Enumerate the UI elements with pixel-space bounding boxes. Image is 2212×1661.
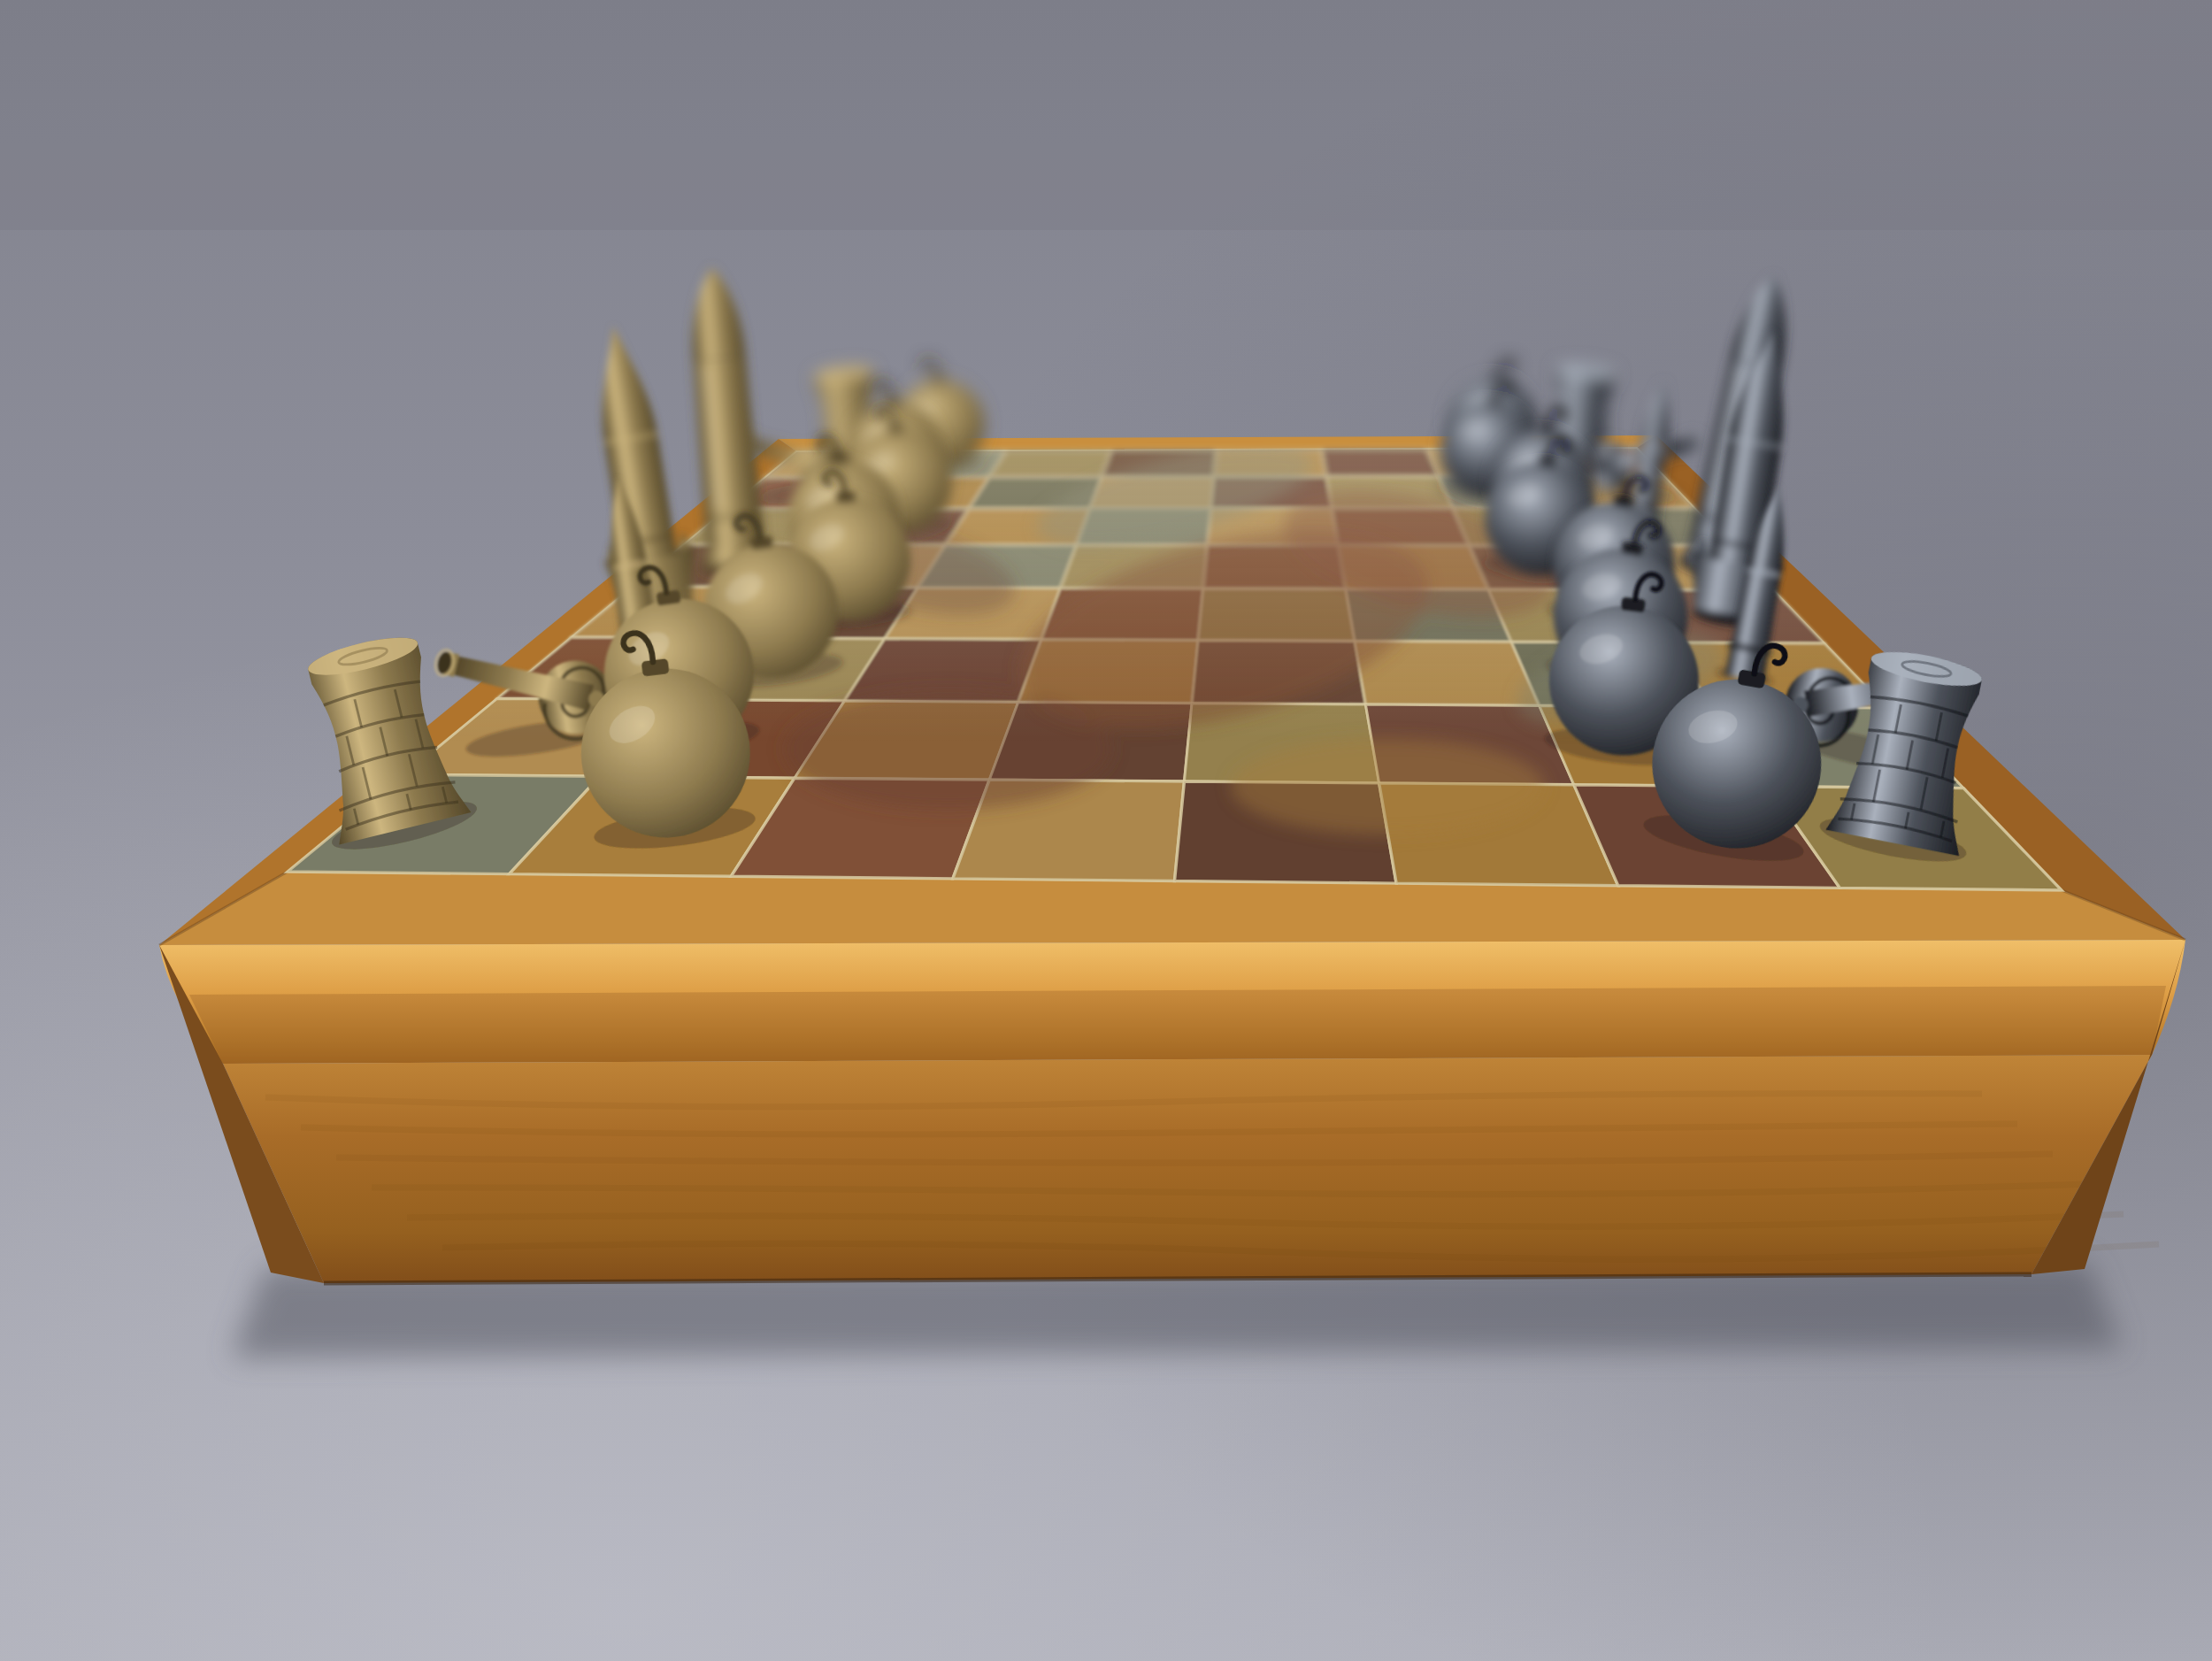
photo-stage: [0, 0, 2212, 1661]
frame-bevel-endgrain: [189, 986, 2166, 1064]
chess-photo-scene: [0, 0, 2212, 1661]
